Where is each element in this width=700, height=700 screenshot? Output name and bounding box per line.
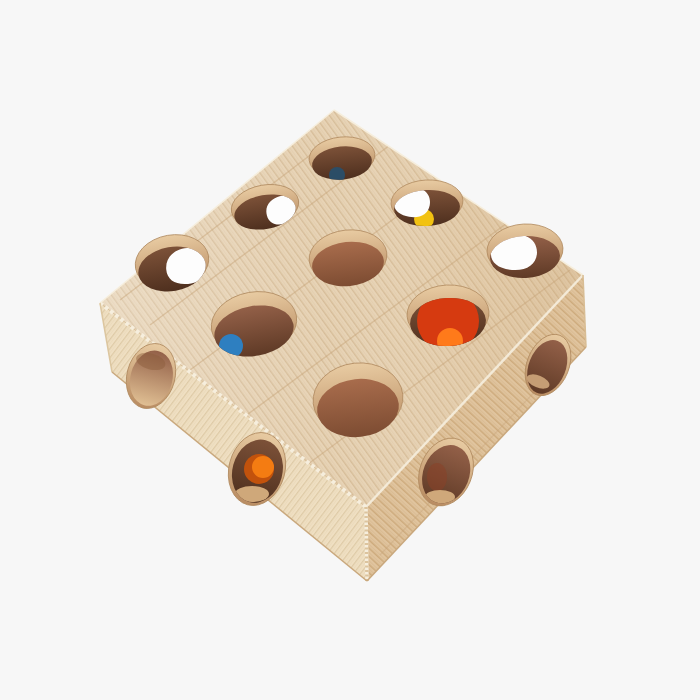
product-photo: [0, 0, 700, 700]
puzzle-box-scene: [0, 0, 700, 700]
interior-red-hint: [427, 463, 447, 491]
orange-ball: [252, 456, 274, 478]
